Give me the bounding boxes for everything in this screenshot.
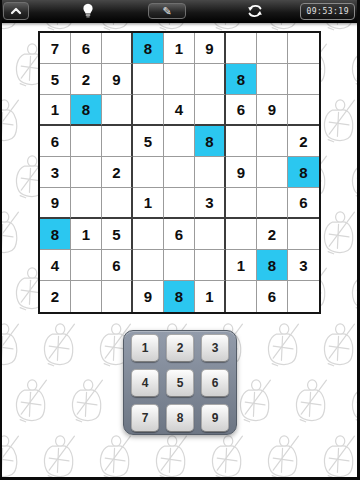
cell-r8c5[interactable] — [164, 250, 195, 281]
background-doodle — [38, 434, 78, 480]
cell-r3c8[interactable]: 9 — [257, 95, 288, 126]
cell-r9c6[interactable]: 1 — [195, 281, 226, 312]
cell-r3c2[interactable]: 8 — [71, 95, 102, 126]
cell-r4c9[interactable]: 2 — [288, 126, 319, 157]
cell-r2c8[interactable] — [257, 64, 288, 95]
cell-r4c4[interactable]: 5 — [133, 126, 164, 157]
cell-r2c5[interactable] — [164, 64, 195, 95]
restart-button[interactable] — [246, 2, 264, 20]
cell-r1c6[interactable]: 9 — [195, 33, 226, 64]
cell-r2c6[interactable] — [195, 64, 226, 95]
cell-r1c2[interactable]: 6 — [71, 33, 102, 64]
cell-r8c8[interactable]: 8 — [257, 250, 288, 281]
cell-r6c7[interactable] — [226, 188, 257, 219]
cell-r4c1[interactable]: 6 — [40, 126, 71, 157]
background-doodle — [38, 322, 78, 368]
keypad-key-9[interactable]: 9 — [201, 404, 229, 432]
cell-r7c7[interactable] — [226, 219, 257, 250]
game-timer: 09:53:19 — [300, 3, 355, 20]
cell-r2c1[interactable]: 5 — [40, 64, 71, 95]
cell-r3c4[interactable] — [133, 95, 164, 126]
sudoku-board: 7681952981846965823298913681562461832981… — [38, 31, 321, 314]
background-doodle — [262, 322, 302, 368]
keypad-key-5[interactable]: 5 — [166, 369, 194, 397]
cell-r3c1[interactable]: 1 — [40, 95, 71, 126]
sudoku-app-screen: ✎ 09:53:19 76819529818469658232989136815… — [0, 0, 360, 480]
screen-edge-left — [0, 0, 2, 480]
cell-r1c4[interactable]: 8 — [133, 33, 164, 64]
background-doodle — [318, 322, 358, 368]
cell-r9c8[interactable]: 6 — [257, 281, 288, 312]
background-doodle — [234, 378, 274, 424]
cell-r1c3[interactable] — [102, 33, 133, 64]
cell-r6c3[interactable] — [102, 188, 133, 219]
background-doodle — [318, 434, 358, 480]
cell-r5c7[interactable]: 9 — [226, 157, 257, 188]
cell-r5c4[interactable] — [133, 157, 164, 188]
cell-r8c7[interactable]: 1 — [226, 250, 257, 281]
cell-r8c1[interactable]: 4 — [40, 250, 71, 281]
cell-r1c7[interactable] — [226, 33, 257, 64]
cell-r2c7[interactable]: 8 — [226, 64, 257, 95]
cell-r6c1[interactable]: 9 — [40, 188, 71, 219]
background-doodle — [290, 378, 330, 424]
cell-r9c7[interactable] — [226, 281, 257, 312]
background-doodle — [10, 378, 50, 424]
keypad-key-7[interactable]: 7 — [131, 404, 159, 432]
cell-r7c4[interactable] — [133, 219, 164, 250]
cell-r4c8[interactable] — [257, 126, 288, 157]
cell-r3c3[interactable] — [102, 95, 133, 126]
cell-r5c8[interactable] — [257, 157, 288, 188]
cell-r1c5[interactable]: 1 — [164, 33, 195, 64]
cell-r4c3[interactable] — [102, 126, 133, 157]
cell-r2c4[interactable] — [133, 64, 164, 95]
cell-r8c4[interactable] — [133, 250, 164, 281]
cell-r6c6[interactable]: 3 — [195, 188, 226, 219]
cell-r8c6[interactable] — [195, 250, 226, 281]
cell-r5c6[interactable] — [195, 157, 226, 188]
background-doodle — [150, 434, 190, 480]
cell-r7c6[interactable] — [195, 219, 226, 250]
background-doodle — [0, 322, 22, 368]
cell-r4c2[interactable] — [71, 126, 102, 157]
keypad-key-3[interactable]: 3 — [201, 334, 229, 362]
pencil-mode-button[interactable]: ✎ — [148, 3, 186, 19]
hint-button[interactable] — [80, 2, 96, 20]
cell-r7c8[interactable]: 2 — [257, 219, 288, 250]
cell-r3c6[interactable] — [195, 95, 226, 126]
chevron-up-icon — [10, 6, 22, 16]
cell-r1c8[interactable] — [257, 33, 288, 64]
cell-r7c2[interactable]: 1 — [71, 219, 102, 250]
keypad-key-6[interactable]: 6 — [201, 369, 229, 397]
cell-r5c1[interactable]: 3 — [40, 157, 71, 188]
cell-r2c3[interactable]: 9 — [102, 64, 133, 95]
keypad-key-1[interactable]: 1 — [131, 334, 159, 362]
background-doodle — [318, 98, 358, 144]
cell-r5c5[interactable] — [164, 157, 195, 188]
background-doodle — [206, 434, 246, 480]
cell-r3c9[interactable] — [288, 95, 319, 126]
cell-r1c1[interactable]: 7 — [40, 33, 71, 64]
cell-r6c4[interactable]: 1 — [133, 188, 164, 219]
cell-r6c9[interactable]: 6 — [288, 188, 319, 219]
cell-r9c1[interactable]: 2 — [40, 281, 71, 312]
cell-r5c2[interactable] — [71, 157, 102, 188]
cell-r9c9[interactable] — [288, 281, 319, 312]
cell-r9c5[interactable]: 8 — [164, 281, 195, 312]
background-doodle — [94, 434, 134, 480]
cell-r5c9[interactable]: 8 — [288, 157, 319, 188]
cell-r6c2[interactable] — [71, 188, 102, 219]
cell-r2c9[interactable] — [288, 64, 319, 95]
cell-r9c3[interactable] — [102, 281, 133, 312]
toolbar: ✎ 09:53:19 — [0, 0, 360, 23]
keypad-key-8[interactable]: 8 — [166, 404, 194, 432]
cell-r3c5[interactable]: 4 — [164, 95, 195, 126]
cell-r9c4[interactable]: 9 — [133, 281, 164, 312]
cell-r8c2[interactable] — [71, 250, 102, 281]
number-keypad: 123456789 — [123, 330, 237, 435]
keypad-key-4[interactable]: 4 — [131, 369, 159, 397]
background-doodle — [262, 434, 302, 480]
background-doodle — [318, 210, 358, 256]
cell-r4c5[interactable] — [164, 126, 195, 157]
refresh-icon — [247, 3, 263, 19]
cell-r4c7[interactable] — [226, 126, 257, 157]
cell-r8c9[interactable]: 3 — [288, 250, 319, 281]
cell-r1c9[interactable] — [288, 33, 319, 64]
cell-r8c3[interactable]: 6 — [102, 250, 133, 281]
cell-r2c2[interactable]: 2 — [71, 64, 102, 95]
background-doodle — [0, 210, 22, 256]
collapse-toolbar-button[interactable] — [3, 2, 29, 20]
cell-r7c1[interactable]: 8 — [40, 219, 71, 250]
cell-r5c3[interactable]: 2 — [102, 157, 133, 188]
cell-r9c2[interactable] — [71, 281, 102, 312]
cell-r7c9[interactable] — [288, 219, 319, 250]
cell-r6c5[interactable] — [164, 188, 195, 219]
cell-r3c7[interactable]: 6 — [226, 95, 257, 126]
background-doodle — [66, 378, 106, 424]
cell-r6c8[interactable] — [257, 188, 288, 219]
pencil-icon: ✎ — [162, 6, 171, 17]
keypad-key-2[interactable]: 2 — [166, 334, 194, 362]
background-doodle — [0, 98, 22, 144]
cell-r7c5[interactable]: 6 — [164, 219, 195, 250]
background-doodle — [0, 434, 22, 480]
cell-r7c3[interactable]: 5 — [102, 219, 133, 250]
cell-r4c6[interactable]: 8 — [195, 126, 226, 157]
lightbulb-icon — [81, 3, 95, 20]
